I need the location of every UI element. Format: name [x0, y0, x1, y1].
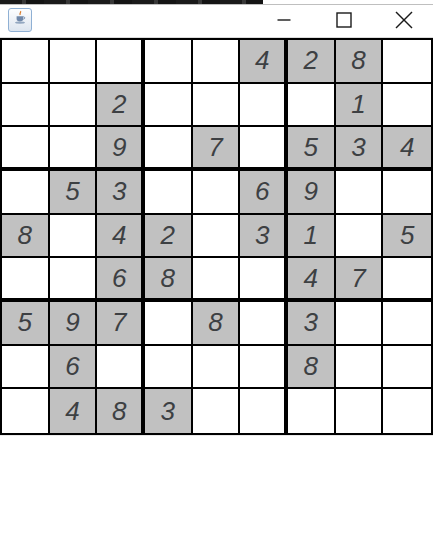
- cell-r6c6[interactable]: [240, 258, 288, 302]
- cell-r8c1[interactable]: [2, 346, 50, 390]
- cell-r4c1[interactable]: [2, 171, 50, 215]
- cell-r6c9[interactable]: [383, 258, 431, 302]
- cell-r7c2: 9: [50, 302, 98, 346]
- cell-r1c6: 4: [240, 40, 288, 84]
- cell-r1c1[interactable]: [2, 40, 50, 84]
- cell-r7c5: 8: [193, 302, 241, 346]
- cell-r6c8: 7: [336, 258, 384, 302]
- cell-r2c6[interactable]: [240, 84, 288, 128]
- cell-r4c6: 6: [240, 171, 288, 215]
- cell-r7c9[interactable]: [383, 302, 431, 346]
- cell-r5c9: 5: [383, 215, 431, 259]
- cell-r8c4[interactable]: [145, 346, 193, 390]
- cell-r3c7: 5: [288, 127, 336, 171]
- cell-r7c3: 7: [97, 302, 145, 346]
- cell-r9c7[interactable]: [288, 389, 336, 433]
- cell-r3c6[interactable]: [240, 127, 288, 171]
- cell-r1c5[interactable]: [193, 40, 241, 84]
- cell-r5c8[interactable]: [336, 215, 384, 259]
- cell-r8c8[interactable]: [336, 346, 384, 390]
- cell-r8c7: 8: [288, 346, 336, 390]
- cell-r5c5[interactable]: [193, 215, 241, 259]
- cell-r9c3: 8: [97, 389, 145, 433]
- cell-r9c1[interactable]: [2, 389, 50, 433]
- cell-r2c5[interactable]: [193, 84, 241, 128]
- cell-r8c5[interactable]: [193, 346, 241, 390]
- maximize-icon: [336, 12, 352, 32]
- cell-r7c8[interactable]: [336, 302, 384, 346]
- cell-r8c2: 6: [50, 346, 98, 390]
- cell-r5c1: 8: [2, 215, 50, 259]
- cell-r2c4[interactable]: [145, 84, 193, 128]
- cell-r5c3: 4: [97, 215, 145, 259]
- cell-r9c8[interactable]: [336, 389, 384, 433]
- cell-r2c9[interactable]: [383, 84, 431, 128]
- sudoku-app-window: 4282197534536984231568475978368483 Set s…: [0, 0, 433, 541]
- cell-r1c8: 8: [336, 40, 384, 84]
- cell-r5c4: 2: [145, 215, 193, 259]
- cell-r8c6[interactable]: [240, 346, 288, 390]
- cell-r7c6[interactable]: [240, 302, 288, 346]
- cell-r6c5[interactable]: [193, 258, 241, 302]
- cell-r8c3[interactable]: [97, 346, 145, 390]
- cell-r8c9[interactable]: [383, 346, 431, 390]
- cell-r2c7[interactable]: [288, 84, 336, 128]
- cell-r9c5[interactable]: [193, 389, 241, 433]
- maximize-button[interactable]: [322, 5, 366, 38]
- cell-r6c2[interactable]: [50, 258, 98, 302]
- cell-r7c7: 3: [288, 302, 336, 346]
- cell-r1c9[interactable]: [383, 40, 431, 84]
- cell-r9c4: 3: [145, 389, 193, 433]
- cell-r1c4[interactable]: [145, 40, 193, 84]
- cell-r2c1[interactable]: [2, 84, 50, 128]
- cell-r3c8: 3: [336, 127, 384, 171]
- cell-r4c8[interactable]: [336, 171, 384, 215]
- titlebar: [0, 4, 433, 38]
- cell-r1c2[interactable]: [50, 40, 98, 84]
- close-button[interactable]: [382, 5, 426, 38]
- sudoku-board: 4282197534536984231568475978368483: [0, 38, 433, 435]
- cell-r4c3: 3: [97, 171, 145, 215]
- cell-r4c7: 9: [288, 171, 336, 215]
- cell-r1c7: 2: [288, 40, 336, 84]
- cell-r2c3: 2: [97, 84, 145, 128]
- cell-r3c3: 9: [97, 127, 145, 171]
- cell-r2c2[interactable]: [50, 84, 98, 128]
- cell-r6c4: 8: [145, 258, 193, 302]
- minimize-icon: [277, 13, 291, 31]
- cell-r4c9[interactable]: [383, 171, 431, 215]
- cell-r6c7: 4: [288, 258, 336, 302]
- cell-r7c1: 5: [2, 302, 50, 346]
- cell-r9c6[interactable]: [240, 389, 288, 433]
- cell-r1c3[interactable]: [97, 40, 145, 84]
- cell-r5c6: 3: [240, 215, 288, 259]
- close-icon: [395, 11, 413, 33]
- cell-r5c2[interactable]: [50, 215, 98, 259]
- cell-r6c1[interactable]: [2, 258, 50, 302]
- cell-r3c1[interactable]: [2, 127, 50, 171]
- cell-r6c3: 6: [97, 258, 145, 302]
- java-coffee-cup-icon: [12, 10, 28, 30]
- cell-r7c4[interactable]: [145, 302, 193, 346]
- cell-r5c7: 1: [288, 215, 336, 259]
- cell-r4c2: 5: [50, 171, 98, 215]
- control-panel: Set step Delay(in ms) Checksol Solve Cle…: [0, 435, 433, 541]
- cell-r9c9[interactable]: [383, 389, 431, 433]
- java-app-icon: [8, 8, 32, 32]
- cell-r4c5[interactable]: [193, 171, 241, 215]
- cell-r4c4[interactable]: [145, 171, 193, 215]
- cell-r9c2: 4: [50, 389, 98, 433]
- cell-r3c5: 7: [193, 127, 241, 171]
- cell-r3c4[interactable]: [145, 127, 193, 171]
- cell-r3c9: 4: [383, 127, 431, 171]
- cell-r3c2[interactable]: [50, 127, 98, 171]
- cell-r2c8: 1: [336, 84, 384, 128]
- minimize-button[interactable]: [262, 5, 306, 38]
